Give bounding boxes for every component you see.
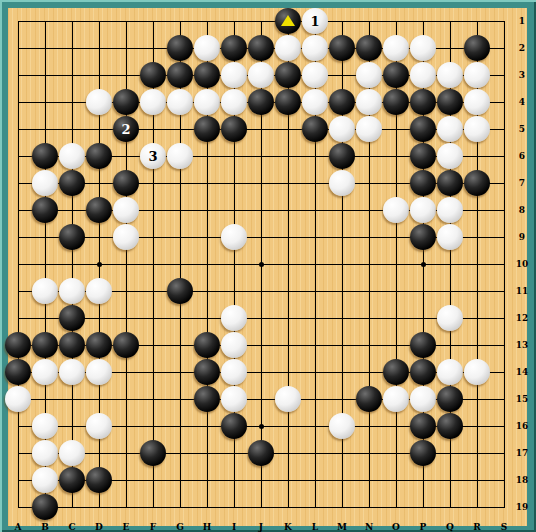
stone-white[interactable] xyxy=(194,35,220,61)
stone-white[interactable] xyxy=(302,89,328,115)
stone-black[interactable] xyxy=(410,359,436,385)
stone-black[interactable] xyxy=(410,332,436,358)
stone-black[interactable] xyxy=(59,170,85,196)
row-label: 19 xyxy=(511,501,533,513)
stone-black[interactable] xyxy=(437,413,463,439)
stone-black[interactable] xyxy=(32,143,58,169)
column-label: Q xyxy=(437,521,464,532)
stone-white[interactable] xyxy=(59,359,85,385)
column-label: A xyxy=(5,521,32,532)
row-label: 8 xyxy=(511,204,533,216)
stone-white[interactable] xyxy=(113,224,139,250)
row-label: 9 xyxy=(511,231,533,243)
stone-white[interactable] xyxy=(221,305,247,331)
stone-white[interactable] xyxy=(383,35,409,61)
stone-white[interactable] xyxy=(437,116,463,142)
stone-white[interactable] xyxy=(302,35,328,61)
stone-white[interactable] xyxy=(275,386,301,412)
row-label: 6 xyxy=(511,150,533,162)
stone-white[interactable] xyxy=(86,89,112,115)
stone-black[interactable] xyxy=(167,35,193,61)
row-label: 12 xyxy=(511,312,533,324)
column-label: I xyxy=(221,521,248,532)
stone-white[interactable] xyxy=(32,467,58,493)
stone-white[interactable] xyxy=(410,35,436,61)
stone-white[interactable] xyxy=(437,305,463,331)
column-label: M xyxy=(329,521,356,532)
stone-white[interactable] xyxy=(86,413,112,439)
stone-white[interactable]: 1 xyxy=(302,8,328,34)
stone-white[interactable] xyxy=(437,62,463,88)
stone-white[interactable] xyxy=(32,170,58,196)
stone-black[interactable] xyxy=(437,89,463,115)
stone-black[interactable] xyxy=(86,332,112,358)
column-label: L xyxy=(302,521,329,532)
stone-white[interactable] xyxy=(329,170,355,196)
stone-black[interactable] xyxy=(140,62,166,88)
column-label: G xyxy=(167,521,194,532)
row-label: 15 xyxy=(511,393,533,405)
go-app-window: 123 ABCDEFGHIJKLMNOPQRS 1234567891011121… xyxy=(0,0,536,532)
stone-black[interactable] xyxy=(410,413,436,439)
stone-white[interactable] xyxy=(32,278,58,304)
stone-white[interactable] xyxy=(140,89,166,115)
stone-black[interactable] xyxy=(383,359,409,385)
stone-white[interactable] xyxy=(113,197,139,223)
row-label: 2 xyxy=(511,42,533,54)
stone-black[interactable] xyxy=(248,440,274,466)
stone-white[interactable] xyxy=(167,143,193,169)
stone-black[interactable] xyxy=(221,35,247,61)
column-label: S xyxy=(491,521,518,532)
row-label: 17 xyxy=(511,447,533,459)
stone-black[interactable] xyxy=(275,89,301,115)
stone-black[interactable] xyxy=(86,197,112,223)
stone-white[interactable] xyxy=(302,62,328,88)
stone-white[interactable] xyxy=(86,278,112,304)
stone-black[interactable] xyxy=(302,116,328,142)
column-label: R xyxy=(464,521,491,532)
stone-black[interactable] xyxy=(410,89,436,115)
stone-black[interactable] xyxy=(221,116,247,142)
stone-black[interactable] xyxy=(5,359,31,385)
stone-white[interactable] xyxy=(464,359,490,385)
row-label: 1 xyxy=(511,15,533,27)
stone-white[interactable] xyxy=(32,413,58,439)
stone-white[interactable] xyxy=(221,62,247,88)
stone-black[interactable] xyxy=(383,89,409,115)
column-label: B xyxy=(32,521,59,532)
stone-white[interactable] xyxy=(59,440,85,466)
row-label: 18 xyxy=(511,474,533,486)
stone-white[interactable] xyxy=(383,197,409,223)
stone-white[interactable] xyxy=(437,197,463,223)
stone-white[interactable] xyxy=(167,89,193,115)
stone-black[interactable] xyxy=(464,35,490,61)
row-label: 5 xyxy=(511,123,533,135)
stone-black[interactable] xyxy=(194,116,220,142)
go-board[interactable]: 123 ABCDEFGHIJKLMNOPQRS 1234567891011121… xyxy=(8,8,527,526)
move-number-label: 1 xyxy=(310,15,319,28)
row-label: 14 xyxy=(511,366,533,378)
stone-white[interactable] xyxy=(248,62,274,88)
stone-black[interactable] xyxy=(59,224,85,250)
row-label: 7 xyxy=(511,177,533,189)
stone-black[interactable] xyxy=(329,89,355,115)
stone-black[interactable] xyxy=(113,332,139,358)
stone-white[interactable] xyxy=(275,35,301,61)
column-label: E xyxy=(113,521,140,532)
stone-black[interactable]: 2 xyxy=(113,116,139,142)
stone-black[interactable] xyxy=(275,8,301,34)
stone-black[interactable] xyxy=(194,359,220,385)
stone-black[interactable] xyxy=(113,170,139,196)
stone-white[interactable] xyxy=(194,89,220,115)
column-label: N xyxy=(356,521,383,532)
stone-white[interactable] xyxy=(356,89,382,115)
row-label: 11 xyxy=(511,285,533,297)
stone-white[interactable] xyxy=(32,359,58,385)
stone-black[interactable] xyxy=(356,35,382,61)
stone-black[interactable] xyxy=(167,62,193,88)
stone-white[interactable] xyxy=(410,386,436,412)
stone-black[interactable] xyxy=(356,386,382,412)
move-number-label: 3 xyxy=(148,150,157,163)
stone-white[interactable] xyxy=(437,143,463,169)
stone-white[interactable] xyxy=(59,278,85,304)
stone-white[interactable] xyxy=(32,440,58,466)
stone-black[interactable] xyxy=(410,170,436,196)
stone-white[interactable]: 3 xyxy=(140,143,166,169)
stone-black[interactable] xyxy=(248,89,274,115)
stone-black[interactable] xyxy=(113,89,139,115)
triangle-marker xyxy=(281,15,295,26)
stone-black[interactable] xyxy=(32,197,58,223)
column-labels: ABCDEFGHIJKLMNOPQRS xyxy=(5,515,518,527)
stone-white[interactable] xyxy=(221,89,247,115)
column-label: J xyxy=(248,521,275,532)
stone-black[interactable] xyxy=(410,440,436,466)
stone-black[interactable] xyxy=(194,332,220,358)
row-label: 10 xyxy=(511,258,533,270)
column-label: C xyxy=(59,521,86,532)
stone-black[interactable] xyxy=(194,386,220,412)
stone-black[interactable] xyxy=(329,35,355,61)
stone-black[interactable] xyxy=(221,413,247,439)
stone-white[interactable] xyxy=(59,143,85,169)
stone-black[interactable] xyxy=(140,440,166,466)
stone-black[interactable] xyxy=(410,116,436,142)
stone-white[interactable] xyxy=(86,359,112,385)
column-label: H xyxy=(194,521,221,532)
stone-white[interactable] xyxy=(221,386,247,412)
stone-black[interactable] xyxy=(86,143,112,169)
stone-white[interactable] xyxy=(464,116,490,142)
move-number-label: 2 xyxy=(121,123,130,136)
stone-white[interactable] xyxy=(464,62,490,88)
stone-white[interactable] xyxy=(410,197,436,223)
stone-black[interactable] xyxy=(410,143,436,169)
stone-black[interactable] xyxy=(86,467,112,493)
stone-black[interactable] xyxy=(167,278,193,304)
stone-black[interactable] xyxy=(5,332,31,358)
row-label: 3 xyxy=(511,69,533,81)
stone-white[interactable] xyxy=(221,224,247,250)
stone-white[interactable] xyxy=(437,224,463,250)
stone-white[interactable] xyxy=(329,116,355,142)
stone-white[interactable] xyxy=(383,386,409,412)
stone-black[interactable] xyxy=(32,332,58,358)
stone-black[interactable] xyxy=(383,62,409,88)
column-label: K xyxy=(275,521,302,532)
row-label: 13 xyxy=(511,339,533,351)
stone-black[interactable] xyxy=(329,143,355,169)
stone-white[interactable] xyxy=(221,359,247,385)
stone-black[interactable] xyxy=(194,62,220,88)
stones-layer: 123 xyxy=(5,8,518,521)
stone-black[interactable] xyxy=(59,305,85,331)
stone-black[interactable] xyxy=(410,224,436,250)
column-label: O xyxy=(383,521,410,532)
stone-black[interactable] xyxy=(275,62,301,88)
column-label: F xyxy=(140,521,167,532)
stone-black[interactable] xyxy=(437,170,463,196)
row-label: 4 xyxy=(511,96,533,108)
stone-black[interactable] xyxy=(248,35,274,61)
stone-white[interactable] xyxy=(356,62,382,88)
column-label: P xyxy=(410,521,437,532)
stone-white[interactable] xyxy=(437,359,463,385)
stone-black[interactable] xyxy=(464,170,490,196)
stone-black[interactable] xyxy=(437,386,463,412)
stone-black[interactable] xyxy=(59,467,85,493)
stone-white[interactable] xyxy=(410,62,436,88)
column-label: D xyxy=(86,521,113,532)
stone-white[interactable] xyxy=(329,413,355,439)
stone-white[interactable] xyxy=(5,386,31,412)
stone-black[interactable] xyxy=(59,332,85,358)
stone-white[interactable] xyxy=(356,116,382,142)
stone-white[interactable] xyxy=(464,89,490,115)
row-label: 16 xyxy=(511,420,533,432)
stone-white[interactable] xyxy=(221,332,247,358)
